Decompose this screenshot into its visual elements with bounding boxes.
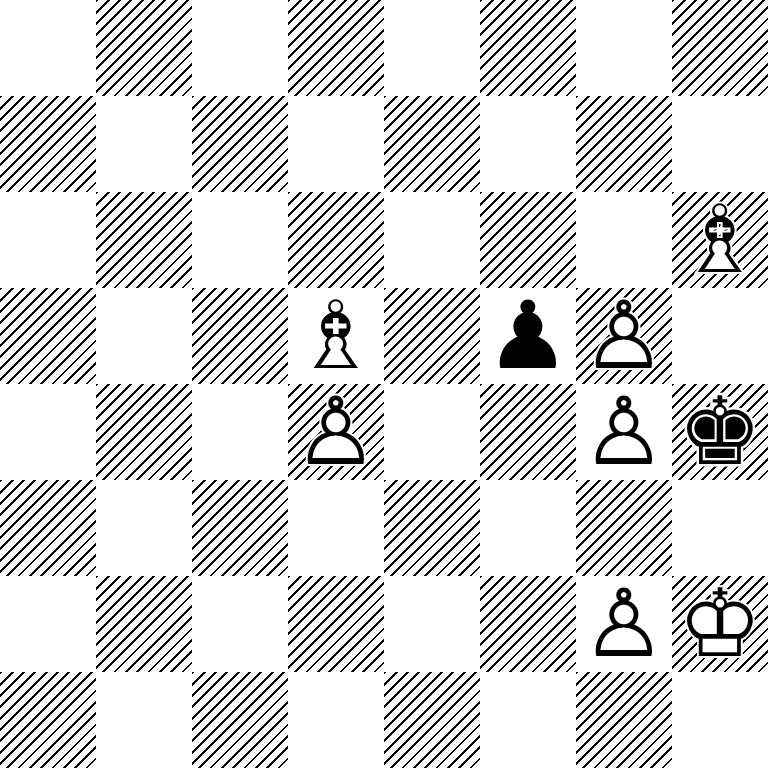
square-g2[interactable]: ♟♙: [576, 576, 672, 672]
piece-glyph: ♟: [480, 288, 576, 384]
square-a6[interactable]: [0, 192, 96, 288]
square-e2[interactable]: [384, 576, 480, 672]
square-h1[interactable]: [672, 672, 768, 768]
white-king[interactable]: ♚♔: [672, 576, 768, 672]
square-d3[interactable]: [288, 480, 384, 576]
square-a4[interactable]: [0, 384, 96, 480]
square-c6[interactable]: [192, 192, 288, 288]
square-d8[interactable]: [288, 0, 384, 96]
square-f7[interactable]: [480, 96, 576, 192]
square-h4[interactable]: ♚♚: [672, 384, 768, 480]
square-f2[interactable]: [480, 576, 576, 672]
square-f8[interactable]: [480, 0, 576, 96]
square-g5[interactable]: ♟♙: [576, 288, 672, 384]
square-e4[interactable]: [384, 384, 480, 480]
piece-glyph: ♙: [576, 384, 672, 480]
square-b8[interactable]: [96, 0, 192, 96]
square-d4[interactable]: ♟♙: [288, 384, 384, 480]
piece-glyph: ♗: [672, 192, 768, 288]
square-e7[interactable]: [384, 96, 480, 192]
square-b4[interactable]: [96, 384, 192, 480]
square-a5[interactable]: [0, 288, 96, 384]
square-e6[interactable]: [384, 192, 480, 288]
square-h7[interactable]: [672, 96, 768, 192]
square-b3[interactable]: [96, 480, 192, 576]
square-d7[interactable]: [288, 96, 384, 192]
square-c3[interactable]: [192, 480, 288, 576]
square-g7[interactable]: [576, 96, 672, 192]
white-bishop[interactable]: ♝♗: [288, 288, 384, 384]
square-c5[interactable]: [192, 288, 288, 384]
square-f4[interactable]: [480, 384, 576, 480]
square-h8[interactable]: [672, 0, 768, 96]
piece-glyph: ♗: [288, 288, 384, 384]
square-e1[interactable]: [384, 672, 480, 768]
square-d5[interactable]: ♝♗: [288, 288, 384, 384]
piece-glyph: ♙: [576, 288, 672, 384]
square-c7[interactable]: [192, 96, 288, 192]
white-pawn[interactable]: ♟♙: [576, 288, 672, 384]
square-c4[interactable]: [192, 384, 288, 480]
square-f5[interactable]: ♟♟: [480, 288, 576, 384]
square-d2[interactable]: [288, 576, 384, 672]
square-e5[interactable]: [384, 288, 480, 384]
square-e3[interactable]: [384, 480, 480, 576]
white-pawn[interactable]: ♟♙: [576, 384, 672, 480]
square-f6[interactable]: [480, 192, 576, 288]
square-c1[interactable]: [192, 672, 288, 768]
square-h5[interactable]: [672, 288, 768, 384]
square-e8[interactable]: [384, 0, 480, 96]
square-b1[interactable]: [96, 672, 192, 768]
square-d6[interactable]: [288, 192, 384, 288]
piece-glyph: ♔: [672, 576, 768, 672]
square-b2[interactable]: [96, 576, 192, 672]
square-h6[interactable]: ♝♗: [672, 192, 768, 288]
square-h2[interactable]: ♚♔: [672, 576, 768, 672]
square-b7[interactable]: [96, 96, 192, 192]
square-g6[interactable]: [576, 192, 672, 288]
black-pawn[interactable]: ♟♟: [480, 288, 576, 384]
square-a7[interactable]: [0, 96, 96, 192]
piece-glyph: ♙: [576, 576, 672, 672]
square-g1[interactable]: [576, 672, 672, 768]
square-b5[interactable]: [96, 288, 192, 384]
chess-board: ♝♗♝♗♟♟♟♙♟♙♟♙♚♚♟♙♚♔: [0, 0, 768, 768]
white-pawn[interactable]: ♟♙: [288, 384, 384, 480]
piece-glyph: ♙: [288, 384, 384, 480]
square-b6[interactable]: [96, 192, 192, 288]
white-pawn[interactable]: ♟♙: [576, 576, 672, 672]
square-h3[interactable]: [672, 480, 768, 576]
black-king[interactable]: ♚♚: [672, 384, 768, 480]
square-g8[interactable]: [576, 0, 672, 96]
square-a3[interactable]: [0, 480, 96, 576]
square-a8[interactable]: [0, 0, 96, 96]
piece-glyph: ♚: [672, 384, 768, 480]
square-g3[interactable]: [576, 480, 672, 576]
square-d1[interactable]: [288, 672, 384, 768]
white-bishop[interactable]: ♝♗: [672, 192, 768, 288]
square-f1[interactable]: [480, 672, 576, 768]
square-c8[interactable]: [192, 0, 288, 96]
square-a1[interactable]: [0, 672, 96, 768]
square-g4[interactable]: ♟♙: [576, 384, 672, 480]
square-c2[interactable]: [192, 576, 288, 672]
square-a2[interactable]: [0, 576, 96, 672]
square-f3[interactable]: [480, 480, 576, 576]
